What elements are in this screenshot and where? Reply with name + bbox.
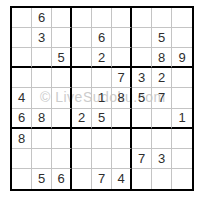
cell-r9c6[interactable]: 4 bbox=[112, 169, 132, 189]
cell-r8c4[interactable] bbox=[72, 149, 92, 169]
cell-r1c7[interactable] bbox=[132, 8, 152, 28]
cell-r7c6[interactable] bbox=[112, 129, 132, 149]
cell-r3c1[interactable] bbox=[12, 48, 32, 68]
cell-r6c5[interactable]: 5 bbox=[92, 109, 112, 129]
sudoku-grid: 6365528973241857682518735674 bbox=[12, 8, 192, 189]
cell-r6c7[interactable] bbox=[132, 109, 152, 129]
cell-r2c4[interactable] bbox=[72, 28, 92, 48]
cell-r6c8[interactable] bbox=[152, 109, 172, 129]
cell-r5c4[interactable] bbox=[72, 88, 92, 108]
cell-r6c2[interactable]: 8 bbox=[32, 109, 52, 129]
cell-r2c1[interactable] bbox=[12, 28, 32, 48]
cell-r4c5[interactable] bbox=[92, 68, 112, 88]
cell-r3c3[interactable]: 5 bbox=[52, 48, 72, 68]
cell-r8c1[interactable] bbox=[12, 149, 32, 169]
cell-r4c6[interactable]: 7 bbox=[112, 68, 132, 88]
cell-r8c6[interactable] bbox=[112, 149, 132, 169]
cell-r8c2[interactable] bbox=[32, 149, 52, 169]
cell-r7c1[interactable]: 8 bbox=[12, 129, 32, 149]
cell-r9c8[interactable] bbox=[152, 169, 172, 189]
cell-r5c1[interactable]: 4 bbox=[12, 88, 32, 108]
cell-r7c2[interactable] bbox=[32, 129, 52, 149]
cell-r1c6[interactable] bbox=[112, 8, 132, 28]
cell-r9c7[interactable] bbox=[132, 169, 152, 189]
cell-r4c2[interactable] bbox=[32, 68, 52, 88]
cell-r1c2[interactable]: 6 bbox=[32, 8, 52, 28]
cell-r5c8[interactable]: 7 bbox=[152, 88, 172, 108]
cell-r3c4[interactable] bbox=[72, 48, 92, 68]
cell-r5c7[interactable]: 5 bbox=[132, 88, 152, 108]
cell-r1c1[interactable] bbox=[12, 8, 32, 28]
cell-r5c9[interactable] bbox=[172, 88, 192, 108]
cell-r1c4[interactable] bbox=[72, 8, 92, 28]
cell-r9c9[interactable] bbox=[172, 169, 192, 189]
cell-r7c9[interactable] bbox=[172, 129, 192, 149]
cell-r9c3[interactable]: 6 bbox=[52, 169, 72, 189]
cell-r5c3[interactable] bbox=[52, 88, 72, 108]
cell-r3c7[interactable] bbox=[132, 48, 152, 68]
cell-r9c1[interactable] bbox=[12, 169, 32, 189]
cell-r6c3[interactable] bbox=[52, 109, 72, 129]
cell-r2c2[interactable]: 3 bbox=[32, 28, 52, 48]
cell-r2c6[interactable] bbox=[112, 28, 132, 48]
cell-r3c6[interactable] bbox=[112, 48, 132, 68]
cell-r5c2[interactable] bbox=[32, 88, 52, 108]
cell-r6c4[interactable]: 2 bbox=[72, 109, 92, 129]
cell-r3c2[interactable] bbox=[32, 48, 52, 68]
cell-r6c9[interactable]: 1 bbox=[172, 109, 192, 129]
cell-r6c1[interactable]: 6 bbox=[12, 109, 32, 129]
cell-r3c8[interactable]: 8 bbox=[152, 48, 172, 68]
sudoku-board: © LiveSudoku.com 63655289732418576825187… bbox=[10, 6, 194, 191]
cell-r7c7[interactable] bbox=[132, 129, 152, 149]
cell-r7c3[interactable] bbox=[52, 129, 72, 149]
cell-r5c5[interactable]: 1 bbox=[92, 88, 112, 108]
cell-r2c9[interactable] bbox=[172, 28, 192, 48]
cell-r4c7[interactable]: 3 bbox=[132, 68, 152, 88]
cell-r4c3[interactable] bbox=[52, 68, 72, 88]
cell-r1c3[interactable] bbox=[52, 8, 72, 28]
cell-r9c4[interactable] bbox=[72, 169, 92, 189]
cell-r2c7[interactable] bbox=[132, 28, 152, 48]
cell-r4c9[interactable] bbox=[172, 68, 192, 88]
cell-r1c5[interactable] bbox=[92, 8, 112, 28]
cell-r7c4[interactable] bbox=[72, 129, 92, 149]
cell-r8c5[interactable] bbox=[92, 149, 112, 169]
cell-r4c8[interactable]: 2 bbox=[152, 68, 172, 88]
cell-r4c1[interactable] bbox=[12, 68, 32, 88]
cell-r7c5[interactable] bbox=[92, 129, 112, 149]
cell-r7c8[interactable] bbox=[152, 129, 172, 149]
sudoku-page: © LiveSudoku.com 63655289732418576825187… bbox=[0, 0, 200, 200]
cell-r3c9[interactable]: 9 bbox=[172, 48, 192, 68]
cell-r2c3[interactable] bbox=[52, 28, 72, 48]
cell-r8c9[interactable] bbox=[172, 149, 192, 169]
cell-r2c8[interactable]: 5 bbox=[152, 28, 172, 48]
cell-r9c5[interactable]: 7 bbox=[92, 169, 112, 189]
cell-r1c8[interactable] bbox=[152, 8, 172, 28]
cell-r2c5[interactable]: 6 bbox=[92, 28, 112, 48]
cell-r4c4[interactable] bbox=[72, 68, 92, 88]
cell-r8c3[interactable] bbox=[52, 149, 72, 169]
cell-r5c6[interactable]: 8 bbox=[112, 88, 132, 108]
cell-r1c9[interactable] bbox=[172, 8, 192, 28]
cell-r8c7[interactable]: 7 bbox=[132, 149, 152, 169]
cell-r9c2[interactable]: 5 bbox=[32, 169, 52, 189]
cell-r3c5[interactable]: 2 bbox=[92, 48, 112, 68]
cell-r8c8[interactable]: 3 bbox=[152, 149, 172, 169]
cell-r6c6[interactable] bbox=[112, 109, 132, 129]
